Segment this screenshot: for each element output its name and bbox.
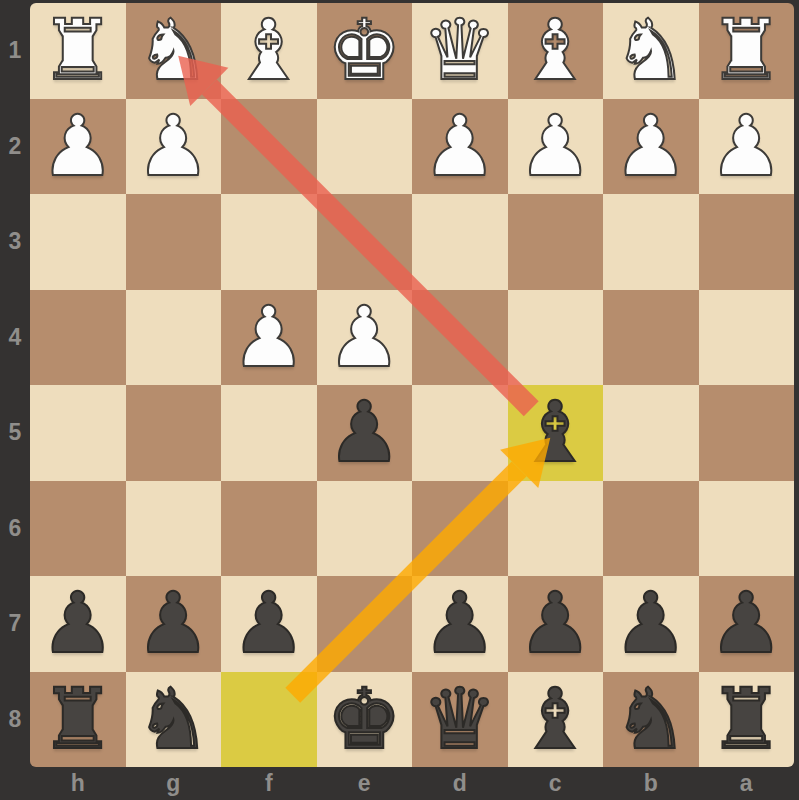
square-c6[interactable] xyxy=(508,481,604,577)
square-b3[interactable] xyxy=(603,194,699,290)
chess-app-background: ♜♞♝♚♛♝♞♜♟♟♟♟♟♟♟♟♟♝♟♟♟♟♟♟♟♜♞♚♛♝♞♜ 1234567… xyxy=(0,0,799,800)
square-f7[interactable]: ♟ xyxy=(221,576,317,672)
piece-bP-h7[interactable]: ♟ xyxy=(30,576,126,672)
piece-wP-b2[interactable]: ♟ xyxy=(603,99,699,195)
piece-bQ-d8[interactable]: ♛ xyxy=(412,672,508,768)
square-b7[interactable]: ♟ xyxy=(603,576,699,672)
square-d7[interactable]: ♟ xyxy=(412,576,508,672)
square-g4[interactable] xyxy=(126,290,222,386)
square-e2[interactable] xyxy=(317,99,413,195)
square-b1[interactable]: ♞ xyxy=(603,3,699,99)
square-b5[interactable] xyxy=(603,385,699,481)
square-a4[interactable] xyxy=(699,290,795,386)
square-h3[interactable] xyxy=(30,194,126,290)
square-f5[interactable] xyxy=(221,385,317,481)
square-d5[interactable] xyxy=(412,385,508,481)
square-f8[interactable] xyxy=(221,672,317,768)
rank-label-1: 1 xyxy=(0,3,30,99)
square-f4[interactable]: ♟ xyxy=(221,290,317,386)
piece-bP-c7[interactable]: ♟ xyxy=(508,576,604,672)
square-g8[interactable]: ♞ xyxy=(126,672,222,768)
square-g1[interactable]: ♞ xyxy=(126,3,222,99)
square-d1[interactable]: ♛ xyxy=(412,3,508,99)
piece-bB-c8[interactable]: ♝ xyxy=(508,672,604,768)
file-label-c: c xyxy=(508,767,604,800)
file-label-a: a xyxy=(699,767,795,800)
square-f2[interactable] xyxy=(221,99,317,195)
square-e7[interactable] xyxy=(317,576,413,672)
square-g2[interactable]: ♟ xyxy=(126,99,222,195)
rank-label-4: 4 xyxy=(0,290,30,386)
square-d6[interactable] xyxy=(412,481,508,577)
piece-wR-h1[interactable]: ♜ xyxy=(30,3,126,99)
file-label-g: g xyxy=(126,767,222,800)
square-c2[interactable]: ♟ xyxy=(508,99,604,195)
square-d8[interactable]: ♛ xyxy=(412,672,508,768)
piece-wK-e1[interactable]: ♚ xyxy=(317,3,413,99)
piece-bB-c5[interactable]: ♝ xyxy=(508,385,604,481)
square-b4[interactable] xyxy=(603,290,699,386)
square-h8[interactable]: ♜ xyxy=(30,672,126,768)
piece-wP-e4[interactable]: ♟ xyxy=(317,290,413,386)
piece-bP-a7[interactable]: ♟ xyxy=(699,576,795,672)
square-e5[interactable]: ♟ xyxy=(317,385,413,481)
square-h4[interactable] xyxy=(30,290,126,386)
square-c7[interactable]: ♟ xyxy=(508,576,604,672)
square-c5[interactable]: ♝ xyxy=(508,385,604,481)
square-h5[interactable] xyxy=(30,385,126,481)
square-f6[interactable] xyxy=(221,481,317,577)
square-g5[interactable] xyxy=(126,385,222,481)
piece-wP-f4[interactable]: ♟ xyxy=(221,290,317,386)
square-a6[interactable] xyxy=(699,481,795,577)
piece-bP-f7[interactable]: ♟ xyxy=(221,576,317,672)
rank-label-2: 2 xyxy=(0,99,30,195)
square-h1[interactable]: ♜ xyxy=(30,3,126,99)
square-h6[interactable] xyxy=(30,481,126,577)
square-g6[interactable] xyxy=(126,481,222,577)
piece-bR-h8[interactable]: ♜ xyxy=(30,672,126,768)
piece-wB-c1[interactable]: ♝ xyxy=(508,3,604,99)
file-label-b: b xyxy=(603,767,699,800)
square-c4[interactable] xyxy=(508,290,604,386)
square-d4[interactable] xyxy=(412,290,508,386)
file-label-f: f xyxy=(221,767,317,800)
rank-label-7: 7 xyxy=(0,576,30,672)
piece-wP-c2[interactable]: ♟ xyxy=(508,99,604,195)
square-a2[interactable]: ♟ xyxy=(699,99,795,195)
square-h7[interactable]: ♟ xyxy=(30,576,126,672)
square-b2[interactable]: ♟ xyxy=(603,99,699,195)
rank-label-6: 6 xyxy=(0,481,30,577)
piece-bN-g8[interactable]: ♞ xyxy=(126,672,222,768)
square-b8[interactable]: ♞ xyxy=(603,672,699,768)
square-a1[interactable]: ♜ xyxy=(699,3,795,99)
square-c8[interactable]: ♝ xyxy=(508,672,604,768)
last-move-highlight-f8 xyxy=(221,672,317,768)
square-e6[interactable] xyxy=(317,481,413,577)
square-d2[interactable]: ♟ xyxy=(412,99,508,195)
piece-bR-a8[interactable]: ♜ xyxy=(699,672,795,768)
piece-bP-d7[interactable]: ♟ xyxy=(412,576,508,672)
square-d3[interactable] xyxy=(412,194,508,290)
piece-bN-b8[interactable]: ♞ xyxy=(603,672,699,768)
piece-bP-g7[interactable]: ♟ xyxy=(126,576,222,672)
square-c3[interactable] xyxy=(508,194,604,290)
piece-wQ-d1[interactable]: ♛ xyxy=(412,3,508,99)
file-label-e: e xyxy=(317,767,413,800)
piece-bP-b7[interactable]: ♟ xyxy=(603,576,699,672)
square-a5[interactable] xyxy=(699,385,795,481)
piece-bP-e5[interactable]: ♟ xyxy=(317,385,413,481)
square-e1[interactable]: ♚ xyxy=(317,3,413,99)
rank-label-3: 3 xyxy=(0,194,30,290)
rank-label-8: 8 xyxy=(0,672,30,768)
square-a7[interactable]: ♟ xyxy=(699,576,795,672)
piece-wN-b1[interactable]: ♞ xyxy=(603,3,699,99)
square-a3[interactable] xyxy=(699,194,795,290)
square-g7[interactable]: ♟ xyxy=(126,576,222,672)
square-b6[interactable] xyxy=(603,481,699,577)
square-e3[interactable] xyxy=(317,194,413,290)
piece-wR-a1[interactable]: ♜ xyxy=(699,3,795,99)
piece-wN-g1[interactable]: ♞ xyxy=(126,3,222,99)
square-h2[interactable]: ♟ xyxy=(30,99,126,195)
piece-wP-d2[interactable]: ♟ xyxy=(412,99,508,195)
piece-wP-a2[interactable]: ♟ xyxy=(699,99,795,195)
piece-wP-g2[interactable]: ♟ xyxy=(126,99,222,195)
square-e4[interactable]: ♟ xyxy=(317,290,413,386)
square-c1[interactable]: ♝ xyxy=(508,3,604,99)
piece-wP-h2[interactable]: ♟ xyxy=(30,99,126,195)
square-f1[interactable]: ♝ xyxy=(221,3,317,99)
square-g3[interactable] xyxy=(126,194,222,290)
file-label-h: h xyxy=(30,767,126,800)
piece-bK-e8[interactable]: ♚ xyxy=(317,672,413,768)
square-e8[interactable]: ♚ xyxy=(317,672,413,768)
square-a8[interactable]: ♜ xyxy=(699,672,795,768)
file-label-d: d xyxy=(412,767,508,800)
rank-label-5: 5 xyxy=(0,385,30,481)
square-f3[interactable] xyxy=(221,194,317,290)
piece-wB-f1[interactable]: ♝ xyxy=(221,3,317,99)
chess-board: ♜♞♝♚♛♝♞♜♟♟♟♟♟♟♟♟♟♝♟♟♟♟♟♟♟♜♞♚♛♝♞♜ xyxy=(30,3,794,767)
